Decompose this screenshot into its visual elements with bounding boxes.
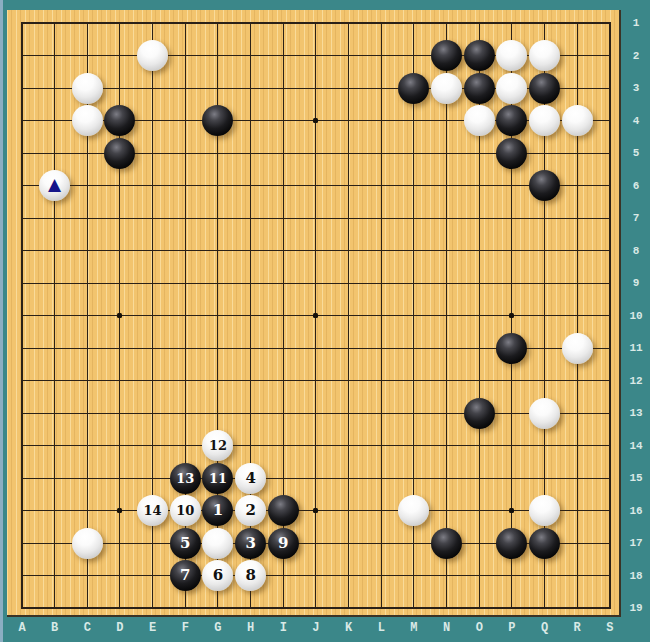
move-number-3: 3 [245,536,255,551]
row-label-17: 17 [624,536,648,550]
move-number-11: 11 [209,472,227,485]
stone-black-H17: 3 [235,528,266,559]
col-label-E: E [143,621,163,635]
move-number-4: 4 [245,471,255,486]
stone-black-N2 [431,40,462,71]
row-label-15: 15 [624,471,648,485]
move-number-12: 12 [209,439,227,452]
stone-black-O2 [464,40,495,71]
col-label-I: I [273,621,293,635]
move-number-8: 8 [245,568,255,583]
star-point-J16 [313,508,318,513]
stone-black-Q3 [529,73,560,104]
stone-black-O3 [464,73,495,104]
col-label-J: J [306,621,326,635]
move-number-1: 1 [213,503,223,518]
col-label-G: G [208,621,228,635]
grid-line-horizontal-14 [21,445,611,446]
star-point-J10 [313,313,318,318]
stone-black-F17: 5 [170,528,201,559]
stone-white-R4 [562,105,593,136]
stone-white-B6: ▲ [39,170,70,201]
col-label-D: D [110,621,130,635]
grid-line-horizontal-18 [21,575,611,576]
col-label-C: C [77,621,97,635]
stone-white-G14: 12 [202,430,233,461]
stone-black-I17: 9 [268,528,299,559]
row-label-6: 6 [624,179,648,193]
grid-line-vertical-S [609,22,611,609]
star-point-P10 [509,313,514,318]
row-label-9: 9 [624,276,648,290]
col-label-B: B [45,621,65,635]
stone-white-Q4 [529,105,560,136]
col-label-L: L [371,621,391,635]
row-label-16: 16 [624,504,648,518]
row-label-10: 10 [624,309,648,323]
stone-white-C17 [72,528,103,559]
row-label-14: 14 [624,439,648,453]
move-number-2: 2 [245,503,255,518]
row-label-11: 11 [624,341,648,355]
col-label-K: K [339,621,359,635]
move-number-9: 9 [278,536,288,551]
stone-black-F15: 13 [170,463,201,494]
stone-black-P11 [496,333,527,364]
go-board-surface[interactable]: ▲1213114141012539768 [7,10,621,617]
stone-white-O4 [464,105,495,136]
row-label-7: 7 [624,211,648,225]
stone-white-Q16 [529,495,560,526]
stone-white-C3 [72,73,103,104]
col-label-F: F [175,621,195,635]
stone-white-G17 [202,528,233,559]
stone-black-F18: 7 [170,560,201,591]
grid-line-horizontal-13 [21,413,611,414]
stone-white-H15: 4 [235,463,266,494]
row-label-3: 3 [624,81,648,95]
stone-white-E16: 14 [137,495,168,526]
col-label-O: O [469,621,489,635]
move-number-10: 10 [176,504,194,517]
stone-white-P2 [496,40,527,71]
row-label-8: 8 [624,244,648,258]
grid-line-vertical-N [446,22,447,609]
grid-line-horizontal-12 [21,380,611,381]
row-label-12: 12 [624,374,648,388]
stone-black-G4 [202,105,233,136]
col-label-A: A [12,621,32,635]
star-point-J4 [313,118,318,123]
stone-black-Q17 [529,528,560,559]
stone-white-Q2 [529,40,560,71]
stone-white-H18: 8 [235,560,266,591]
stone-white-H16: 2 [235,495,266,526]
grid-line-vertical-K [348,22,349,609]
stone-white-M16 [398,495,429,526]
row-label-4: 4 [624,114,648,128]
col-label-N: N [437,621,457,635]
row-label-1: 1 [624,16,648,30]
stone-white-R11 [562,333,593,364]
stone-black-N17 [431,528,462,559]
stone-white-C4 [72,105,103,136]
grid-line-vertical-L [381,22,382,609]
col-label-M: M [404,621,424,635]
stone-black-G16: 1 [202,495,233,526]
stone-black-Q6 [529,170,560,201]
stone-black-P17 [496,528,527,559]
stone-white-N3 [431,73,462,104]
move-number-6: 6 [213,568,223,583]
stone-black-P5 [496,138,527,169]
stone-white-G18: 6 [202,560,233,591]
col-label-Q: Q [535,621,555,635]
row-label-5: 5 [624,146,648,160]
stone-black-O13 [464,398,495,429]
move-number-7: 7 [180,568,190,583]
stone-black-D5 [104,138,135,169]
goban-window: ▲1213114141012539768 ABCDEFGHIJKLMNOPQRS… [0,0,650,642]
grid-line-horizontal-19 [21,607,611,609]
triangle-marker-icon: ▲ [48,176,61,193]
window-edge-stripe [0,0,3,642]
row-label-19: 19 [624,601,648,615]
star-point-P16 [509,508,514,513]
stone-white-E2 [137,40,168,71]
col-label-S: S [600,621,620,635]
stone-black-G15: 11 [202,463,233,494]
stone-black-M3 [398,73,429,104]
grid-line-horizontal-15 [21,478,611,479]
row-label-18: 18 [624,569,648,583]
stone-white-Q13 [529,398,560,429]
move-number-13: 13 [176,472,194,485]
row-label-13: 13 [624,406,648,420]
stone-black-I16 [268,495,299,526]
move-number-14: 14 [144,504,162,517]
stone-black-P4 [496,105,527,136]
stone-black-D4 [104,105,135,136]
star-point-D16 [117,508,122,513]
star-point-D10 [117,313,122,318]
col-label-P: P [502,621,522,635]
col-label-H: H [241,621,261,635]
move-number-5: 5 [180,536,190,551]
stone-white-F16: 10 [170,495,201,526]
stone-white-P3 [496,73,527,104]
col-label-R: R [567,621,587,635]
row-label-2: 2 [624,49,648,63]
